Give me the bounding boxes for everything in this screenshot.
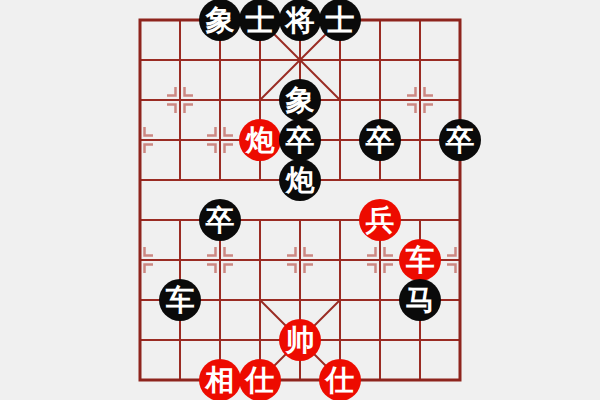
point-8-3[interactable]: 卒 [440,120,480,160]
point-0-0[interactable] [120,0,160,40]
point-4-6[interactable] [280,240,320,280]
point-8-6[interactable] [440,240,480,280]
piece-black-soldier[interactable]: 卒 [199,199,241,241]
point-2-4[interactable] [200,160,240,200]
point-2-1[interactable] [200,40,240,80]
piece-red-cannon[interactable]: 炮 [239,119,281,161]
point-1-5[interactable] [160,200,200,240]
point-8-4[interactable] [440,160,480,200]
point-1-4[interactable] [160,160,200,200]
point-7-9[interactable] [400,360,440,400]
point-2-3[interactable] [200,120,240,160]
point-3-9[interactable]: 仕 [240,360,280,400]
point-6-3[interactable]: 卒 [360,120,400,160]
point-2-5[interactable]: 卒 [200,200,240,240]
point-6-8[interactable] [360,320,400,360]
point-2-6[interactable] [200,240,240,280]
point-7-1[interactable] [400,40,440,80]
point-3-3[interactable]: 炮 [240,120,280,160]
xiangqi-board: 象士将士象炮卒卒卒炮卒兵车车马帅相仕仕 [0,0,600,400]
point-8-1[interactable] [440,40,480,80]
piece-black-soldier[interactable]: 卒 [439,119,481,161]
point-7-2[interactable] [400,80,440,120]
piece-red-elephant[interactable]: 相 [199,359,241,400]
point-7-7[interactable]: 马 [400,280,440,320]
point-4-8[interactable]: 帅 [280,320,320,360]
point-4-3[interactable]: 卒 [280,120,320,160]
point-4-9[interactable] [280,360,320,400]
point-2-0[interactable]: 象 [200,0,240,40]
point-7-0[interactable] [400,0,440,40]
point-6-6[interactable] [360,240,400,280]
point-3-0[interactable]: 士 [240,0,280,40]
point-4-1[interactable] [280,40,320,80]
point-6-7[interactable] [360,280,400,320]
point-0-7[interactable] [120,280,160,320]
point-3-1[interactable] [240,40,280,80]
point-0-5[interactable] [120,200,160,240]
point-1-6[interactable] [160,240,200,280]
piece-red-advisor[interactable]: 仕 [319,359,361,400]
point-5-5[interactable] [320,200,360,240]
point-5-8[interactable] [320,320,360,360]
piece-black-chariot[interactable]: 车 [159,279,201,321]
point-6-4[interactable] [360,160,400,200]
point-6-2[interactable] [360,80,400,120]
point-3-5[interactable] [240,200,280,240]
point-1-0[interactable] [160,0,200,40]
point-5-0[interactable]: 士 [320,0,360,40]
piece-red-general[interactable]: 帅 [279,319,321,361]
point-5-6[interactable] [320,240,360,280]
point-1-1[interactable] [160,40,200,80]
point-3-6[interactable] [240,240,280,280]
piece-black-cannon[interactable]: 炮 [279,159,321,201]
point-7-5[interactable] [400,200,440,240]
point-2-7[interactable] [200,280,240,320]
intersection-grid: 象士将士象炮卒卒卒炮卒兵车车马帅相仕仕 [120,0,480,400]
point-5-1[interactable] [320,40,360,80]
point-4-5[interactable] [280,200,320,240]
point-1-2[interactable] [160,80,200,120]
point-3-7[interactable] [240,280,280,320]
point-4-4[interactable]: 炮 [280,160,320,200]
point-5-3[interactable] [320,120,360,160]
piece-black-horse[interactable]: 马 [399,279,441,321]
point-8-5[interactable] [440,200,480,240]
piece-red-advisor[interactable]: 仕 [239,359,281,400]
point-4-2[interactable]: 象 [280,80,320,120]
point-0-9[interactable] [120,360,160,400]
point-3-4[interactable] [240,160,280,200]
piece-red-soldier[interactable]: 兵 [359,199,401,241]
point-0-2[interactable] [120,80,160,120]
point-2-2[interactable] [200,80,240,120]
piece-black-soldier[interactable]: 卒 [279,119,321,161]
point-5-2[interactable] [320,80,360,120]
point-7-4[interactable] [400,160,440,200]
point-8-8[interactable] [440,320,480,360]
piece-black-elephant[interactable]: 象 [199,0,241,41]
point-1-9[interactable] [160,360,200,400]
point-8-9[interactable] [440,360,480,400]
point-7-6[interactable]: 车 [400,240,440,280]
point-2-9[interactable]: 相 [200,360,240,400]
point-6-1[interactable] [360,40,400,80]
point-6-0[interactable] [360,0,400,40]
piece-black-advisor[interactable]: 士 [319,0,361,41]
point-4-7[interactable] [280,280,320,320]
point-3-8[interactable] [240,320,280,360]
point-6-5[interactable]: 兵 [360,200,400,240]
point-0-1[interactable] [120,40,160,80]
piece-red-chariot[interactable]: 车 [399,239,441,281]
point-7-3[interactable] [400,120,440,160]
point-8-0[interactable] [440,0,480,40]
point-2-8[interactable] [200,320,240,360]
point-8-2[interactable] [440,80,480,120]
piece-black-advisor[interactable]: 士 [239,0,281,41]
point-4-0[interactable]: 将 [280,0,320,40]
point-1-7[interactable]: 车 [160,280,200,320]
point-5-4[interactable] [320,160,360,200]
point-3-2[interactable] [240,80,280,120]
point-0-4[interactable] [120,160,160,200]
point-1-3[interactable] [160,120,200,160]
point-6-9[interactable] [360,360,400,400]
point-1-8[interactable] [160,320,200,360]
piece-black-general[interactable]: 将 [279,0,321,41]
point-5-9[interactable]: 仕 [320,360,360,400]
piece-black-elephant[interactable]: 象 [279,79,321,121]
point-0-6[interactable] [120,240,160,280]
point-8-7[interactable] [440,280,480,320]
point-0-8[interactable] [120,320,160,360]
point-0-3[interactable] [120,120,160,160]
point-5-7[interactable] [320,280,360,320]
piece-black-soldier[interactable]: 卒 [359,119,401,161]
point-7-8[interactable] [400,320,440,360]
